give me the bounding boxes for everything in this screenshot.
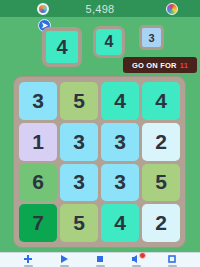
board-tile[interactable]: 2 bbox=[142, 123, 180, 161]
score-value: 5,498 bbox=[85, 3, 114, 15]
game-screen: 5,498 ➤︎ 443 GO ON FOR 11 35441332633575… bbox=[0, 0, 200, 267]
go-on-cost: 11 bbox=[180, 61, 188, 70]
settings-icon[interactable] bbox=[37, 3, 49, 15]
queue-tile[interactable]: 4 bbox=[93, 26, 125, 58]
palette-icon[interactable] bbox=[166, 3, 178, 15]
board-tile[interactable]: 3 bbox=[60, 123, 98, 161]
go-on-label: GO ON FOR bbox=[132, 61, 177, 70]
stop-icon[interactable] bbox=[94, 255, 106, 267]
game-board: 3544133263357542 bbox=[13, 76, 186, 248]
play-icon[interactable] bbox=[58, 255, 70, 267]
bottom-toolbar bbox=[0, 252, 200, 267]
board-tile[interactable]: 4 bbox=[101, 82, 139, 120]
board-tile[interactable]: 4 bbox=[101, 204, 139, 242]
board-tile[interactable]: 1 bbox=[19, 123, 57, 161]
go-on-button[interactable]: GO ON FOR 11 bbox=[123, 57, 197, 73]
board-tile[interactable]: 4 bbox=[142, 82, 180, 120]
board-tile[interactable]: 2 bbox=[142, 204, 180, 242]
menu-icon[interactable] bbox=[166, 255, 178, 267]
board-tile[interactable]: 5 bbox=[142, 164, 180, 202]
queue-tile[interactable]: 4 bbox=[42, 27, 82, 67]
speaker-icon[interactable] bbox=[130, 255, 142, 267]
board-tile[interactable]: 3 bbox=[101, 123, 139, 161]
queue-tile[interactable]: 3 bbox=[139, 25, 164, 50]
board-tile[interactable]: 3 bbox=[19, 82, 57, 120]
board-tile[interactable]: 7 bbox=[19, 204, 57, 242]
notification-badge bbox=[139, 252, 146, 259]
board-tile[interactable]: 6 bbox=[19, 164, 57, 202]
plus-icon[interactable] bbox=[22, 255, 34, 267]
board-tile[interactable]: 3 bbox=[60, 164, 98, 202]
board-tile[interactable]: 3 bbox=[101, 164, 139, 202]
board-tile[interactable]: 5 bbox=[60, 204, 98, 242]
board-tile[interactable]: 5 bbox=[60, 82, 98, 120]
